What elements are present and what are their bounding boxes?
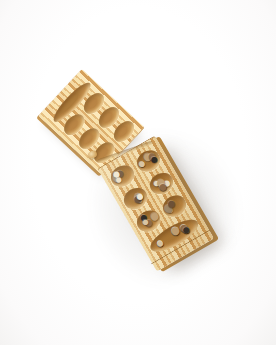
pit-near-left-1[interactable]: ●●●● [107, 161, 138, 190]
stone: ● [181, 225, 191, 235]
stone: ● [178, 222, 189, 234]
stone: ● [157, 181, 168, 193]
stone: ● [135, 196, 144, 205]
stone: ● [156, 239, 165, 248]
stone: ● [138, 160, 147, 169]
stone: ● [135, 192, 145, 202]
stone: ● [132, 190, 145, 203]
stone: ● [166, 206, 175, 215]
stone: ● [114, 168, 125, 180]
stone: ● [141, 218, 150, 227]
stone: ● [138, 160, 147, 169]
stone: ● [135, 192, 145, 202]
pit-near-right-3[interactable]: ●●● [159, 191, 190, 220]
stone: ● [181, 225, 191, 235]
stone: ● [139, 213, 149, 223]
stone: ● [156, 239, 165, 248]
pit-near-left-3[interactable]: ●●●● [133, 206, 164, 235]
stone: ● [169, 224, 182, 237]
stone: ● [169, 224, 182, 237]
stone: ● [146, 151, 157, 163]
stone: ● [143, 217, 154, 229]
pit-near-left-2[interactable]: ●●●●● [120, 184, 151, 213]
stone: ● [181, 225, 191, 235]
stone: ● [115, 176, 124, 185]
stone: ● [178, 222, 189, 234]
stone: ● [156, 239, 165, 248]
stone: ● [157, 181, 168, 193]
stone: ● [111, 172, 124, 185]
stone: ● [178, 222, 189, 234]
stone: ● [156, 239, 165, 248]
stone: ● [162, 179, 172, 189]
stone: ● [141, 151, 154, 164]
stone: ● [162, 202, 175, 215]
board-caption: Folding bamboo mancala board, opened fla… [0, 0, 1, 1]
stone: ● [166, 198, 177, 210]
stone: ● [132, 194, 143, 206]
stone: ● [148, 210, 161, 223]
stone: ● [181, 225, 191, 235]
stone: ● [112, 170, 122, 180]
stone: ● [152, 179, 161, 188]
stone: ● [149, 154, 159, 164]
stone: ● [154, 176, 167, 189]
stone: ● [169, 224, 182, 237]
pit-near-right-2[interactable]: ●●●●● [146, 169, 177, 198]
photo-background: ●●●● ●●●●● ●●●●● ●●●●● ●●●● ●●● ●●●●●●●●… [0, 0, 276, 345]
pit-near-right-1[interactable]: ●●●●● [133, 146, 164, 175]
